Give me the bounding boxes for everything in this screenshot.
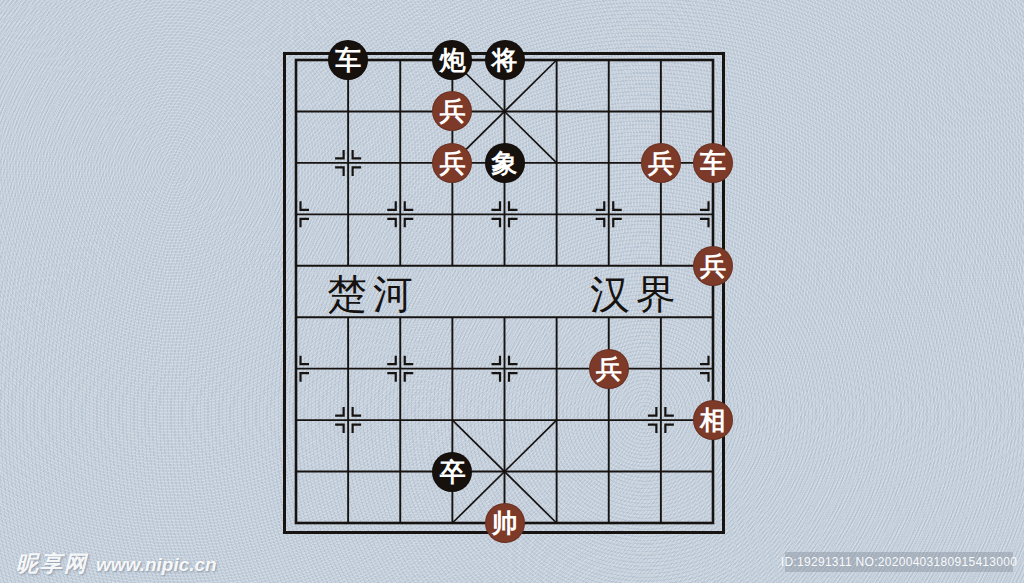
- red-general[interactable]: 帅: [485, 503, 525, 543]
- image-id-badge: ID:19291311 NO:20200403180915413000: [785, 552, 1013, 572]
- site-name-text: 昵享网: [16, 551, 88, 576]
- red-chariot[interactable]: 车: [693, 143, 733, 183]
- black-general[interactable]: 将: [485, 40, 525, 80]
- red-soldier-h3[interactable]: 兵: [641, 143, 681, 183]
- red-soldier-d3[interactable]: 兵: [432, 143, 472, 183]
- black-elephant[interactable]: 象: [485, 143, 525, 183]
- nipic-watermark: 昵享网www.nipic.cn: [16, 549, 217, 579]
- red-elephant[interactable]: 相: [693, 400, 733, 440]
- image-id-text: ID:19291311 NO:20200403180915413000: [781, 555, 1017, 569]
- site-url-text: www.nipic.cn: [96, 554, 217, 575]
- page-background: { "game": "xiangqi", "board": { "files":…: [0, 0, 1024, 583]
- xiangqi-board: 楚河 汉界 车炮将象卒兵兵兵车兵兵相帅: [283, 52, 725, 534]
- black-cannon[interactable]: 炮: [432, 40, 472, 80]
- red-soldier-g7[interactable]: 兵: [589, 349, 629, 389]
- red-soldier-d2[interactable]: 兵: [432, 91, 472, 131]
- black-soldier[interactable]: 卒: [432, 452, 472, 492]
- black-chariot[interactable]: 车: [328, 40, 368, 80]
- red-soldier-i5[interactable]: 兵: [693, 246, 733, 286]
- pieces-layer: 车炮将象卒兵兵兵车兵兵相帅: [286, 55, 722, 531]
